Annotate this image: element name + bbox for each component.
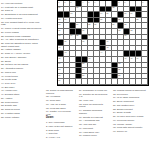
clue-item: 24. Arc, after a famous de-sanctioner xyxy=(1,38,43,41)
clue-item: 18. Fine dessert tidbit at a "Peak villa… xyxy=(1,21,43,26)
cell-number: 43 xyxy=(64,51,66,53)
clue-item: 81. Top another beer xyxy=(113,104,149,107)
clue-item: 44. Type of lily xyxy=(1,82,43,85)
cell-number: 33 xyxy=(58,34,60,36)
cell-number: 1 xyxy=(58,1,59,3)
cell-number: 17 xyxy=(130,12,132,14)
cell-number: 54 xyxy=(82,68,84,70)
clue-item: 55. Tools for duels xyxy=(1,108,43,111)
cell-number: 23 xyxy=(58,23,60,25)
cell-number: 12 xyxy=(112,6,114,8)
cell-number: 18 xyxy=(58,18,60,20)
cell-number: 25 xyxy=(88,23,90,25)
cell-number: 58 xyxy=(118,74,120,76)
clue-item: 69. Plastic, in a Mexican year xyxy=(46,110,75,115)
cell-number: 46 xyxy=(88,57,90,59)
cell-number: 30 xyxy=(82,29,84,31)
clues-column-3: 59. Remainder in a final roll61. Counter… xyxy=(79,89,109,138)
cell-number: 56 xyxy=(58,74,60,76)
clue-item: 62. "Lion" role xyxy=(79,99,109,102)
clue-item: 29. Code in "A River" (hymn) xyxy=(1,52,43,55)
clue-item: 93. Include "Good" xyxy=(113,123,149,126)
cell-number: 20 xyxy=(100,18,102,20)
clue-item: 58. Moray catcher xyxy=(1,116,43,119)
cell-number: 4 xyxy=(82,1,83,3)
clue-item: 65. Hexagons xyxy=(46,95,75,98)
clue-item: 2. Lake of the hot channel xyxy=(46,125,75,128)
cell-number: 47 xyxy=(124,57,126,59)
cell-number: 21 xyxy=(118,18,120,20)
cell-number: 31 xyxy=(118,29,120,31)
clue-item: 83. Salad expellant xyxy=(113,108,149,111)
clues-col2-down: 1. Grey policeman2. Lake of the hot chan… xyxy=(46,121,75,139)
cell-number: 41 xyxy=(58,46,60,48)
clue-item: 66. Twelfth of a harvest xyxy=(79,116,109,119)
cell-number: 55 xyxy=(118,68,120,70)
clue-item: 52. Resin source xyxy=(1,101,43,104)
clue-item: 39. Thor's epic xyxy=(1,71,43,74)
clue-item: 25. Wise the squatter's credo, notes abo… xyxy=(1,42,43,47)
cell-number: 14 xyxy=(100,12,102,14)
cell-number: 51 xyxy=(82,62,84,64)
clue-item: 42. Poetic dusk xyxy=(1,78,43,81)
clue-item: 49. Dressed stone xyxy=(1,93,43,96)
cell-number: 7 xyxy=(118,1,119,3)
cell-number: 36 xyxy=(88,34,90,36)
cell-number: 35 xyxy=(76,34,78,36)
cell-number: 48 xyxy=(130,57,132,59)
crossword-puzzle-page: 10. Hurrying overture14. First-rate for … xyxy=(0,0,150,150)
clue-item: 67. Alps, for a bird? xyxy=(46,103,75,106)
crossword-grid: 1234567891011121314151617181920212223242… xyxy=(57,0,149,86)
clues-col2-across: 63. Colour of underground caverns65. Hex… xyxy=(46,89,75,116)
cell-number: 37 xyxy=(124,34,126,36)
clue-item: 41. Lunar trench xyxy=(1,75,43,78)
clue-item: 57. Ill-gotten gains xyxy=(1,112,43,115)
clue-item: 20. Fierce Magus xyxy=(1,31,43,34)
clue-item: 73. Musical sound of agreement xyxy=(113,89,149,92)
clue-item: 63. Place for workers to collect xyxy=(79,103,109,108)
cell-number: 39 xyxy=(82,40,84,42)
cell-number: 42 xyxy=(106,46,108,48)
cell-number: 5 xyxy=(88,1,89,3)
clue-item: 59. Remainder in a final roll xyxy=(79,89,109,92)
clues-column-4: 73. Musical sound of agreement78. Revere… xyxy=(113,89,149,134)
clue-item: 61. Counter for seed sellers, e.g. xyxy=(79,93,109,98)
cell-number: 34 xyxy=(70,34,72,36)
clue-item: 78. Reverence xyxy=(113,93,149,96)
clue-item: 64. Jackson drumming scheme xyxy=(79,109,109,114)
cell-number: 27 xyxy=(112,23,114,25)
cell-number: 6 xyxy=(94,1,95,3)
cell-number: 11 xyxy=(76,6,78,8)
cell-number: 22 xyxy=(136,18,138,20)
clue-item: 37. Attempted caprice xyxy=(1,67,43,70)
cell-number: 53 xyxy=(58,68,60,70)
clue-item: 95. Word with accent country xyxy=(113,126,149,129)
clue-item: 30. The Enemy, familiarly xyxy=(1,56,43,59)
cell-number: 45 xyxy=(58,57,60,59)
cell-number: 10 xyxy=(58,6,60,8)
clue-item: 86. It'll have and leave a ward xyxy=(113,115,149,118)
cell-number: 50 xyxy=(58,62,60,64)
clue-item: 46. Bar order xyxy=(1,86,43,89)
clue-item: 22. Paprika's cedar calabash xyxy=(1,35,43,38)
clues-left-column: 10. Hurrying overture14. First-rate for … xyxy=(1,2,43,119)
clue-item: 47. Hollow reply xyxy=(1,89,43,92)
cell-number: 29 xyxy=(58,29,60,31)
clue-item: 5. "Hello," e.g. xyxy=(46,136,75,139)
clue-item: 4. Train trip xyxy=(46,132,75,135)
clue-item: 3. Dark work xyxy=(46,129,75,132)
clue-item: 31. Shoal xyxy=(1,60,43,63)
cell-number: 2 xyxy=(64,1,65,3)
clue-item: 66. Neon sign xyxy=(46,99,75,102)
clue-item: 63. Colour of underground caverns xyxy=(46,89,75,94)
cell-number: 15 xyxy=(106,12,108,14)
cell-number: 40 xyxy=(106,40,108,42)
cell-number: 16 xyxy=(124,12,126,14)
clue-item: 1. Grey policeman xyxy=(46,121,75,124)
clue-item: 16. Something in an era's basement xyxy=(1,13,43,16)
cell-number: 32 xyxy=(130,29,132,31)
clue-item: 26. Historic wassail xyxy=(1,48,43,51)
cell-number: 13 xyxy=(70,12,72,14)
grid-cell[interactable] xyxy=(142,79,148,85)
cell-number: 52 xyxy=(118,62,120,64)
cell-number: 24 xyxy=(76,23,78,25)
clue-item: 79. Ilk of "Slim" producers xyxy=(113,96,149,99)
clue-item: 67. A mermaid's flap xyxy=(79,119,109,122)
clue-item: 19. Where a great condo sits for scores xyxy=(1,27,43,30)
clue-item: 33. It's there for the asking xyxy=(1,63,43,66)
down-section-header: Down: xyxy=(46,117,75,120)
clue-item: 14. First-rate for a longish chart xyxy=(1,6,43,9)
clue-item: 70. Hard sandy clay xyxy=(79,131,109,134)
clue-item: 71. Modern prefix xyxy=(79,134,109,137)
cell-number: 38 xyxy=(64,40,66,42)
cell-number: 26 xyxy=(94,23,96,25)
clue-item: 15. Cairo is xyxy=(1,9,43,12)
clues-column-2: 63. Colour of underground caverns65. Hex… xyxy=(46,89,75,140)
clue-item: 80. Spray propellant xyxy=(113,100,149,103)
clue-item: 97. Gallery fill xyxy=(113,130,149,133)
clue-item: 17. Hearth-fired wine xyxy=(1,17,43,20)
clue-item: 10. Hurrying overture xyxy=(1,2,43,5)
cell-number: 8 xyxy=(124,1,125,3)
clue-item: 84. Some zealots xyxy=(113,111,149,114)
clue-item: 90. Weekend opener xyxy=(113,119,149,122)
clue-item: 53. Debate side xyxy=(1,104,43,107)
cell-number: 9 xyxy=(142,1,143,3)
cell-number: 3 xyxy=(70,1,71,3)
clue-item: 69. Lab result xyxy=(79,127,109,130)
cell-number: 57 xyxy=(82,74,84,76)
clue-item: 68. I win and win xyxy=(79,123,109,126)
cell-number: 19 xyxy=(64,18,66,20)
cell-number: 49 xyxy=(136,57,138,59)
cell-number: 44 xyxy=(100,51,102,53)
cell-number: 28 xyxy=(124,23,126,25)
clue-item: 51. Austere xyxy=(1,97,43,100)
cell-number: 59 xyxy=(58,79,60,81)
clue-item: 68. Long-ago sailor xyxy=(46,107,75,110)
